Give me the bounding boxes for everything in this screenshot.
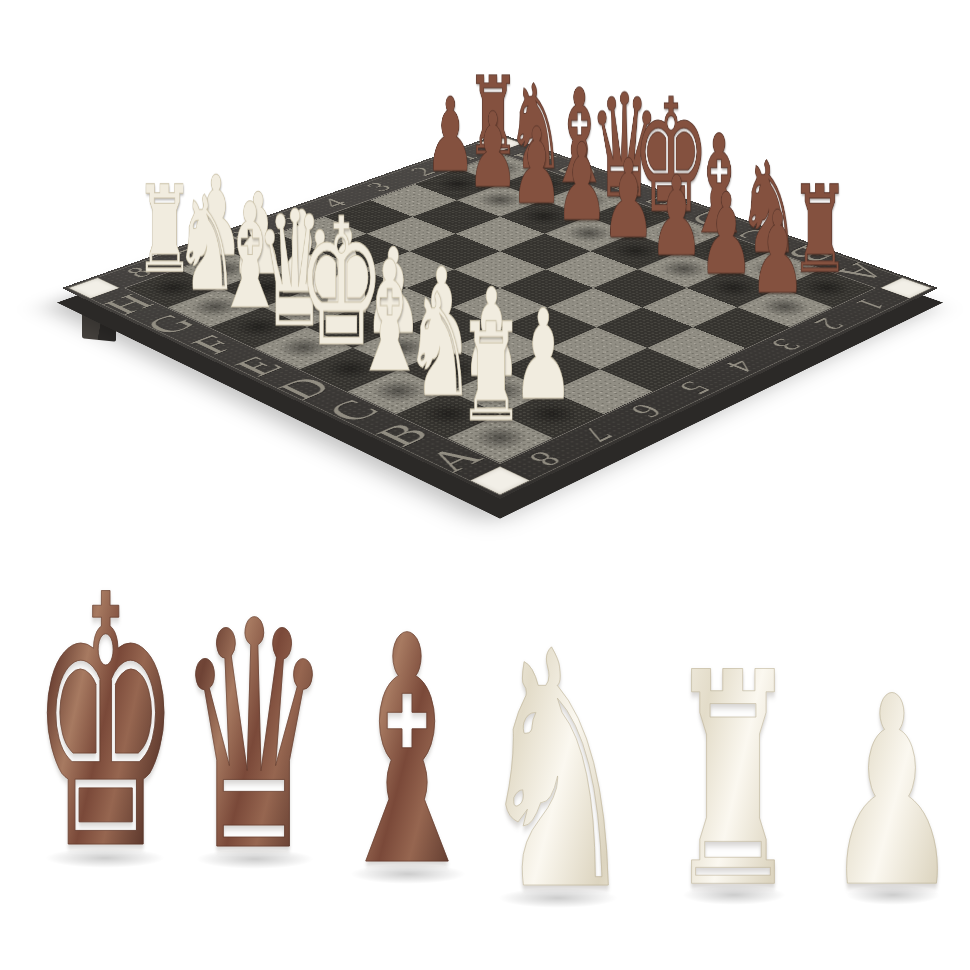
rank-label-right-6: 6 [624, 401, 669, 421]
display-piece-white-pawn: ♟ [805, 663, 970, 924]
chess-board-3d: ♜♞♝♛♚♝♞♜♟♟♟♟♟♟♟♟♟♟♟♟♟♟♟♟♜♞♝♛♚♝♞♜ HHGGFFE… [62, 133, 939, 498]
rank-label-right-7: 7 [574, 424, 620, 445]
rank-label-right-5: 5 [673, 378, 718, 397]
display-piece-red-bishop: ♝ [323, 596, 491, 910]
rank-label-right-8: 8 [522, 448, 569, 470]
red-pawn-a2: ♟ [721, 196, 833, 310]
marble-chess-set-photo: ♜♞♝♛♚♝♞♜♟♟♟♟♟♟♟♟♟♟♟♟♟♟♟♟♜♞♝♛♚♝♞♜ HHGGFFE… [0, 0, 970, 970]
display-piece-white-rook: ♜ [658, 634, 808, 928]
display-piece-red-queen: ♛ [172, 581, 337, 895]
display-piece-white-knight: ♞ [475, 609, 640, 935]
square-a8: ♜ [447, 414, 552, 462]
rank-label-right-4: 4 [719, 357, 763, 376]
white-rook-a8: ♜ [429, 305, 554, 441]
square-a2: ♟ [737, 288, 832, 327]
rank-label-right-1: 1 [850, 296, 893, 313]
board-face: ♜♞♝♛♚♝♞♜♟♟♟♟♟♟♟♟♟♟♟♟♟♟♟♟♜♞♝♛♚♝♞♜ HHGGFFE… [62, 133, 939, 498]
rank-label-right-2: 2 [808, 316, 851, 333]
rank-label-right-3: 3 [765, 336, 809, 354]
board-grid: ♜♞♝♛♚♝♞♜♟♟♟♟♟♟♟♟♟♟♟♟♟♟♟♟♜♞♝♛♚♝♞♜ [127, 154, 874, 463]
display-piece-red-king: ♚ [31, 551, 175, 898]
